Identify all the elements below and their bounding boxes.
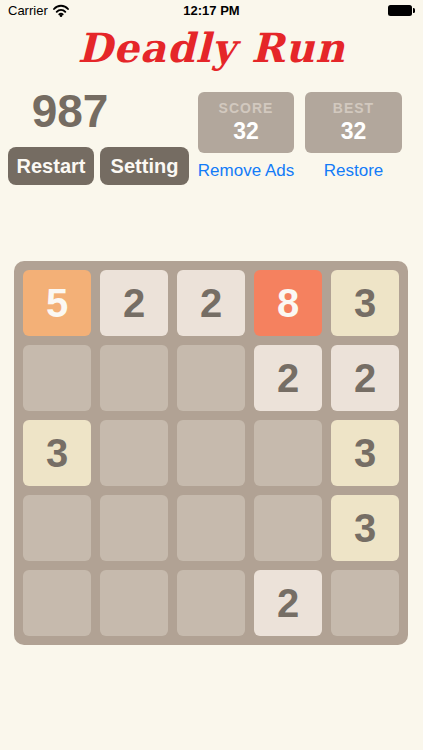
battery-body [388,5,412,16]
empty-cell-r2c1 [23,345,91,411]
tile-2-r5c4: 2 [254,570,322,636]
setting-button[interactable]: Setting [100,147,189,185]
tile-8-r1c4: 8 [254,270,322,336]
status-bar: Carrier 12:17 PM [0,0,423,20]
empty-cell-r2c2 [100,345,168,411]
best-box: BEST 32 [305,92,402,153]
restart-button[interactable]: Restart [8,147,94,185]
empty-cell-r5c2 [100,570,168,636]
tile-3-r1c5: 3 [331,270,399,336]
target-number: 987 [14,84,126,138]
score-label: SCORE [219,100,274,116]
tile-2-r1c3: 2 [177,270,245,336]
battery-icon [388,5,415,16]
score-value: 32 [233,118,259,145]
empty-cell-r5c1 [23,570,91,636]
empty-cell-r5c5 [331,570,399,636]
empty-cell-r5c3 [177,570,245,636]
empty-cell-r4c1 [23,495,91,561]
app-title: Deadly Run [0,24,423,71]
best-label: BEST [333,100,374,116]
tile-3-r3c5: 3 [331,420,399,486]
empty-cell-r3c3 [177,420,245,486]
tile-3-r4c5: 3 [331,495,399,561]
carrier-label: Carrier [8,3,48,18]
empty-cell-r4c2 [100,495,168,561]
wifi-icon [53,4,69,16]
empty-cell-r4c4 [254,495,322,561]
remove-ads-link[interactable]: Remove Ads [190,161,302,181]
tile-2-r2c5: 2 [331,345,399,411]
empty-cell-r3c2 [100,420,168,486]
empty-cell-r4c3 [177,495,245,561]
board[interactable]: 52283223332 [14,261,408,645]
empty-cell-r2c3 [177,345,245,411]
app-screen: Carrier 12:17 PM Deadly Run 987 Restart … [0,0,423,750]
best-value: 32 [341,118,367,145]
battery-nub [413,8,415,13]
restore-link[interactable]: Restore [305,161,402,181]
empty-cell-r3c4 [254,420,322,486]
score-box: SCORE 32 [198,92,294,153]
tile-3-r3c1: 3 [23,420,91,486]
status-bar-left: Carrier [8,3,69,18]
tile-2-r1c2: 2 [100,270,168,336]
tile-5-r1c1: 5 [23,270,91,336]
tile-2-r2c4: 2 [254,345,322,411]
